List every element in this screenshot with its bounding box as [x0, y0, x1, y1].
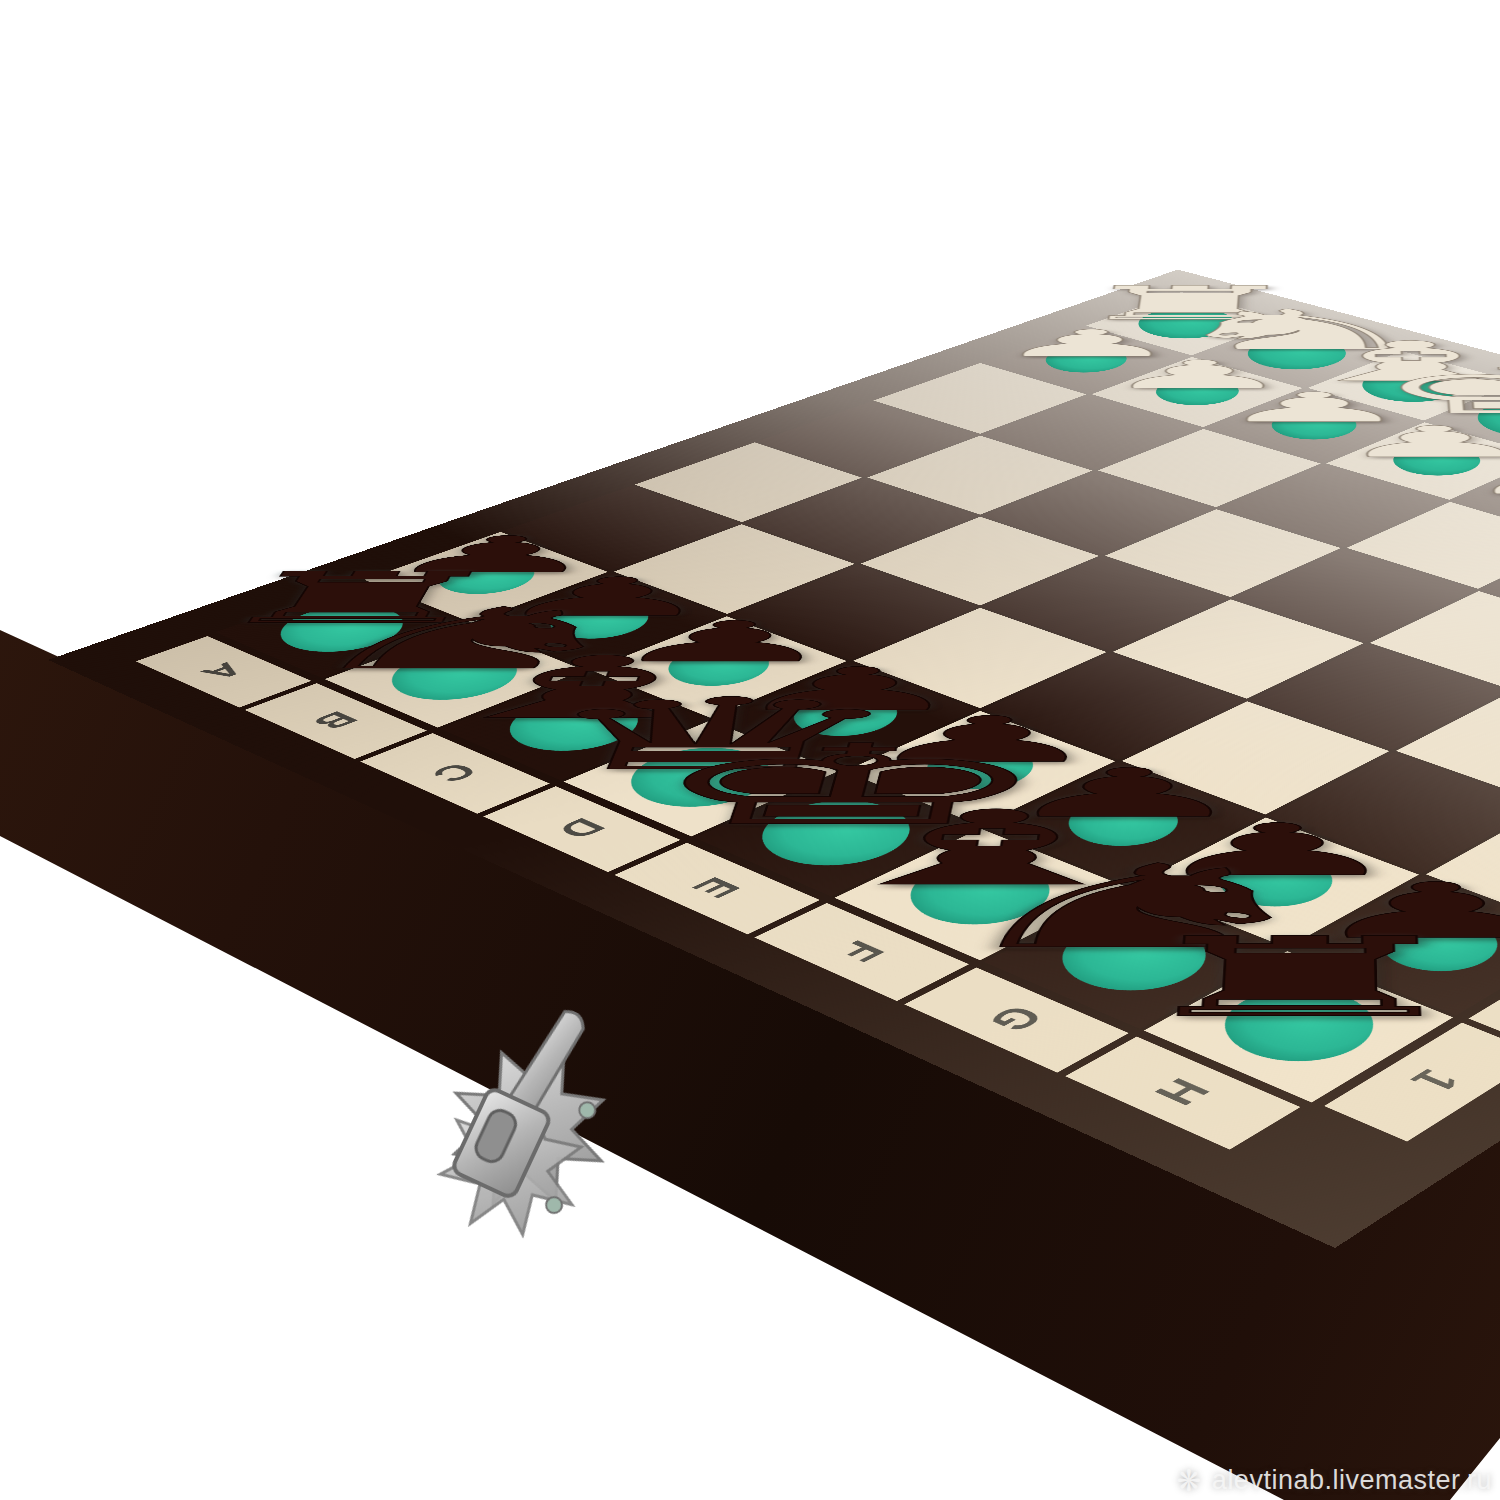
file-label-text: B	[306, 708, 365, 732]
light-pawn-glyph: ♟	[1456, 456, 1500, 501]
watermark-text: alevtinab.livemaster.ru	[1212, 1465, 1492, 1496]
file-label-text: G	[980, 1001, 1052, 1036]
rank-label-text: 1	[1402, 1065, 1469, 1097]
product-photo-scene: ABCDEFGH12345678♜♞♝♚♛♝♞♜♟♟♟♟♟♟♟♟♟♟♟♟♟♟♟♟…	[0, 0, 1500, 1500]
file-label-text: A	[195, 660, 252, 683]
file-label-text: D	[550, 815, 613, 842]
watermark-flower-icon: ❋	[1176, 1466, 1202, 1496]
watermark: ❋ alevtinab.livemaster.ru	[1176, 1465, 1492, 1496]
dark-rook-glyph: ♜	[1105, 924, 1493, 1034]
file-label-text: H	[1145, 1074, 1218, 1110]
file-label-text: C	[424, 760, 485, 786]
file-label-text: F	[829, 936, 892, 965]
file-label-text: E	[685, 873, 748, 901]
